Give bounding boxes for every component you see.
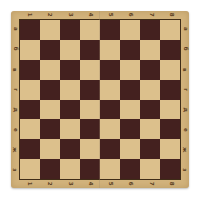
square-r7c6[interactable]: [120, 139, 140, 159]
square-r1c8[interactable]: [160, 20, 180, 40]
square-r1c4[interactable]: [80, 20, 100, 40]
square-r4c5[interactable]: [100, 80, 120, 100]
square-r3c5[interactable]: [100, 60, 120, 80]
square-r6c2[interactable]: [40, 119, 60, 139]
coordinate-label-bottom-1: 1: [19, 180, 39, 188]
square-r8c4[interactable]: [80, 159, 100, 179]
board-grid: [19, 19, 181, 180]
square-r6c6[interactable]: [120, 119, 140, 139]
coordinate-label-left-5: д: [11, 100, 19, 120]
coordinate-label-right-7: ж: [181, 140, 189, 160]
square-r8c5[interactable]: [100, 159, 120, 179]
square-r4c2[interactable]: [40, 80, 60, 100]
coordinate-label-bottom-3: 3: [60, 180, 80, 188]
square-r3c1[interactable]: [20, 60, 40, 80]
square-r6c5[interactable]: [100, 119, 120, 139]
coordinate-labels-top: 12345678: [19, 11, 181, 19]
coordinate-label-left-2: б: [11, 39, 19, 59]
fold-seam: [99, 11, 100, 188]
coordinate-label-left-4: г: [11, 79, 19, 99]
square-r3c3[interactable]: [60, 60, 80, 80]
board-photo: 12345678 12345678 абвгдежз абвгдежз: [0, 0, 200, 200]
square-r7c5[interactable]: [100, 139, 120, 159]
coordinate-label-bottom-2: 2: [39, 180, 59, 188]
square-r2c3[interactable]: [60, 40, 80, 60]
square-r5c6[interactable]: [120, 100, 140, 120]
coordinate-label-bottom-7: 7: [141, 180, 161, 188]
coordinate-label-top-2: 2: [39, 11, 59, 19]
square-r5c8[interactable]: [160, 100, 180, 120]
square-r4c4[interactable]: [80, 80, 100, 100]
square-r4c3[interactable]: [60, 80, 80, 100]
coordinate-label-left-7: ж: [11, 140, 19, 160]
square-r7c1[interactable]: [20, 139, 40, 159]
coordinate-labels-bottom: 12345678: [19, 180, 181, 188]
coordinate-label-bottom-6: 6: [120, 180, 140, 188]
coordinate-labels-left: абвгдежз: [11, 19, 19, 180]
square-r8c2[interactable]: [40, 159, 60, 179]
coordinate-labels-right: абвгдежз: [181, 19, 189, 180]
square-r1c5[interactable]: [100, 20, 120, 40]
coordinate-label-top-4: 4: [80, 11, 100, 19]
coordinate-label-bottom-5: 5: [100, 180, 120, 188]
square-r1c7[interactable]: [140, 20, 160, 40]
square-r2c2[interactable]: [40, 40, 60, 60]
square-r8c3[interactable]: [60, 159, 80, 179]
coordinate-label-right-3: в: [181, 59, 189, 79]
coordinate-label-left-8: з: [11, 160, 19, 180]
coordinate-label-right-8: з: [181, 160, 189, 180]
coordinate-label-right-1: а: [181, 19, 189, 39]
square-r5c3[interactable]: [60, 100, 80, 120]
square-r4c8[interactable]: [160, 80, 180, 100]
square-r5c5[interactable]: [100, 100, 120, 120]
coordinate-label-top-3: 3: [60, 11, 80, 19]
coordinate-label-left-1: а: [11, 19, 19, 39]
square-r7c3[interactable]: [60, 139, 80, 159]
coordinate-label-bottom-8: 8: [161, 180, 181, 188]
square-r2c8[interactable]: [160, 40, 180, 60]
coordinate-label-top-1: 1: [19, 11, 39, 19]
coordinate-label-top-8: 8: [161, 11, 181, 19]
square-r3c8[interactable]: [160, 60, 180, 80]
square-r4c1[interactable]: [20, 80, 40, 100]
square-r6c3[interactable]: [60, 119, 80, 139]
square-r6c8[interactable]: [160, 119, 180, 139]
coordinate-label-left-3: в: [11, 59, 19, 79]
square-r8c7[interactable]: [140, 159, 160, 179]
coordinate-label-right-2: б: [181, 39, 189, 59]
square-r6c7[interactable]: [140, 119, 160, 139]
coordinate-label-right-5: д: [181, 100, 189, 120]
square-r1c2[interactable]: [40, 20, 60, 40]
square-r8c6[interactable]: [120, 159, 140, 179]
coordinate-label-top-6: 6: [120, 11, 140, 19]
square-r2c4[interactable]: [80, 40, 100, 60]
square-r7c2[interactable]: [40, 139, 60, 159]
square-r4c7[interactable]: [140, 80, 160, 100]
square-r5c7[interactable]: [140, 100, 160, 120]
square-r5c2[interactable]: [40, 100, 60, 120]
square-r3c7[interactable]: [140, 60, 160, 80]
square-r5c4[interactable]: [80, 100, 100, 120]
square-r8c1[interactable]: [20, 159, 40, 179]
square-r1c1[interactable]: [20, 20, 40, 40]
coordinate-label-top-5: 5: [100, 11, 120, 19]
square-r6c1[interactable]: [20, 119, 40, 139]
coordinate-label-top-7: 7: [141, 11, 161, 19]
square-r3c4[interactable]: [80, 60, 100, 80]
square-r1c6[interactable]: [120, 20, 140, 40]
square-r5c1[interactable]: [20, 100, 40, 120]
square-r7c4[interactable]: [80, 139, 100, 159]
coordinate-label-right-6: е: [181, 120, 189, 140]
square-r7c7[interactable]: [140, 139, 160, 159]
chessboard: 12345678 12345678 абвгдежз абвгдежз: [11, 11, 189, 188]
coordinate-label-right-4: г: [181, 79, 189, 99]
square-r3c6[interactable]: [120, 60, 140, 80]
square-r8c8[interactable]: [160, 159, 180, 179]
square-r2c5[interactable]: [100, 40, 120, 60]
coordinate-label-left-6: е: [11, 120, 19, 140]
square-r4c6[interactable]: [120, 80, 140, 100]
square-r3c2[interactable]: [40, 60, 60, 80]
square-r2c7[interactable]: [140, 40, 160, 60]
square-r6c4[interactable]: [80, 119, 100, 139]
square-r2c6[interactable]: [120, 40, 140, 60]
square-r7c8[interactable]: [160, 139, 180, 159]
square-r2c1[interactable]: [20, 40, 40, 60]
coordinate-label-bottom-4: 4: [80, 180, 100, 188]
square-r1c3[interactable]: [60, 20, 80, 40]
